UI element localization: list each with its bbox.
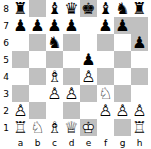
square-d4[interactable] [63, 68, 80, 85]
piece-black-bishop: ♝ [46, 0, 63, 17]
square-g5[interactable] [114, 51, 131, 68]
square-h5[interactable] [131, 51, 148, 68]
square-h8[interactable]: ♜ [131, 0, 148, 17]
square-e8[interactable]: ♚ [80, 0, 97, 17]
square-b3[interactable] [29, 85, 46, 102]
square-g2[interactable]: ♟♙ [114, 102, 131, 119]
square-f7[interactable]: ♟ [97, 17, 114, 34]
piece-white-knight: ♘ [97, 85, 114, 102]
square-d5[interactable] [63, 51, 80, 68]
file-label-d: d [63, 136, 80, 149]
piece-black-pawn: ♟ [114, 17, 131, 34]
square-e6[interactable] [80, 34, 97, 51]
piece-white-pawn-fill: ♟ [114, 102, 131, 119]
square-f2[interactable]: ♟♙ [97, 102, 114, 119]
rank-label-4: 4 [0, 68, 12, 85]
rank-label-3: 3 [0, 85, 12, 102]
square-h3[interactable] [131, 85, 148, 102]
piece-white-king-fill: ♚ [80, 119, 97, 136]
piece-white-rook: ♖ [131, 119, 148, 136]
piece-white-queen: ♕ [63, 119, 80, 136]
square-a1[interactable]: ♜♖ [12, 119, 29, 136]
square-d7[interactable]: ♟ [63, 17, 80, 34]
piece-black-rook: ♜ [131, 0, 148, 17]
square-g6[interactable] [114, 34, 131, 51]
square-a2[interactable]: ♟♙ [12, 102, 29, 119]
square-c2[interactable] [46, 102, 63, 119]
square-e7[interactable] [80, 17, 97, 34]
file-label-h: h [131, 136, 148, 149]
square-g1[interactable] [114, 119, 131, 136]
square-c5[interactable] [46, 51, 63, 68]
piece-white-rook-fill: ♜ [131, 119, 148, 136]
square-f8[interactable]: ♝ [97, 0, 114, 17]
square-a4[interactable] [12, 68, 29, 85]
piece-white-pawn-fill: ♟ [63, 85, 80, 102]
rank-label-1: 1 [0, 119, 12, 136]
rank-label-6: 6 [0, 34, 12, 51]
piece-white-pawn: ♙ [131, 102, 148, 119]
square-b4[interactable] [29, 68, 46, 85]
square-e2[interactable] [80, 102, 97, 119]
square-a7[interactable]: ♟ [12, 17, 29, 34]
square-f6[interactable] [97, 34, 114, 51]
piece-white-pawn-fill: ♟ [97, 102, 114, 119]
piece-black-pawn: ♟ [12, 17, 29, 34]
piece-black-bishop: ♝ [97, 0, 114, 17]
piece-white-rook-fill: ♜ [12, 119, 29, 136]
square-f4[interactable] [97, 68, 114, 85]
square-d3[interactable]: ♟♙ [63, 85, 80, 102]
rank-label-7: 7 [0, 17, 12, 34]
piece-white-pawn: ♙ [63, 85, 80, 102]
piece-white-pawn: ♙ [80, 68, 97, 85]
square-e1[interactable]: ♚♔ [80, 119, 97, 136]
piece-white-king: ♔ [80, 119, 97, 136]
rank-label-8: 8 [0, 0, 12, 17]
square-b2[interactable] [29, 102, 46, 119]
piece-black-pawn: ♟ [29, 17, 46, 34]
square-c4[interactable]: ♝♗ [46, 68, 63, 85]
file-label-b: b [29, 136, 46, 149]
piece-white-pawn: ♙ [46, 85, 63, 102]
square-b1[interactable]: ♞♘ [29, 119, 46, 136]
piece-white-pawn: ♙ [12, 102, 29, 119]
chess-app-window: 8♜♝♛♚♝♞♜7♟♟♟♟♟♟6♞♟5♟4♝♗♟♙3♟♙♟♙♞♘2♟♙♟♙♟♙♟… [0, 0, 151, 149]
piece-black-pawn: ♟ [46, 17, 63, 34]
piece-white-pawn: ♙ [114, 102, 131, 119]
square-g7[interactable]: ♟ [114, 17, 131, 34]
piece-white-knight-fill: ♞ [97, 85, 114, 102]
square-a6[interactable] [12, 34, 29, 51]
square-e4[interactable]: ♟♙ [80, 68, 97, 85]
square-h4[interactable] [131, 68, 148, 85]
piece-black-knight: ♞ [46, 34, 63, 51]
square-d6[interactable] [63, 34, 80, 51]
square-d2[interactable] [63, 102, 80, 119]
piece-white-bishop: ♗ [46, 68, 63, 85]
piece-white-bishop: ♗ [46, 119, 63, 136]
square-b8[interactable] [29, 0, 46, 17]
piece-white-queen-fill: ♛ [63, 119, 80, 136]
board-corner-spacer [0, 136, 12, 149]
square-a5[interactable] [12, 51, 29, 68]
piece-white-rook: ♖ [12, 119, 29, 136]
rank-label-2: 2 [0, 102, 12, 119]
piece-white-pawn-fill: ♟ [12, 102, 29, 119]
square-b6[interactable] [29, 34, 46, 51]
square-a8[interactable]: ♜ [12, 0, 29, 17]
piece-black-pawn: ♟ [63, 17, 80, 34]
square-c7[interactable]: ♟ [46, 17, 63, 34]
piece-black-queen: ♛ [63, 0, 80, 17]
square-b5[interactable] [29, 51, 46, 68]
square-d1[interactable]: ♛♕ [63, 119, 80, 136]
square-c3[interactable]: ♟♙ [46, 85, 63, 102]
piece-white-pawn-fill: ♟ [131, 102, 148, 119]
piece-black-pawn: ♟ [80, 51, 97, 68]
piece-white-bishop-fill: ♝ [46, 68, 63, 85]
file-label-f: f [97, 136, 114, 149]
square-f1[interactable] [97, 119, 114, 136]
square-h6[interactable]: ♟ [131, 34, 148, 51]
piece-white-pawn-fill: ♟ [46, 85, 63, 102]
piece-black-knight: ♞ [114, 0, 131, 17]
piece-black-rook: ♜ [12, 0, 29, 17]
square-g4[interactable] [114, 68, 131, 85]
piece-white-bishop-fill: ♝ [46, 119, 63, 136]
rank-label-5: 5 [0, 51, 12, 68]
square-c1[interactable]: ♝♗ [46, 119, 63, 136]
square-d8[interactable]: ♛ [63, 0, 80, 17]
square-c6[interactable]: ♞ [46, 34, 63, 51]
square-f5[interactable] [97, 51, 114, 68]
file-label-a: a [12, 136, 29, 149]
square-e5[interactable]: ♟ [80, 51, 97, 68]
square-b7[interactable]: ♟ [29, 17, 46, 34]
piece-black-pawn: ♟ [97, 17, 114, 34]
piece-black-pawn: ♟ [131, 34, 148, 51]
file-label-e: e [80, 136, 97, 149]
file-label-c: c [46, 136, 63, 149]
square-c8[interactable]: ♝ [46, 0, 63, 17]
chess-board: 8♜♝♛♚♝♞♜7♟♟♟♟♟♟6♞♟5♟4♝♗♟♙3♟♙♟♙♞♘2♟♙♟♙♟♙♟… [0, 0, 148, 149]
square-e3[interactable] [80, 85, 97, 102]
piece-white-knight: ♘ [29, 119, 46, 136]
square-h7[interactable] [131, 17, 148, 34]
square-h2[interactable]: ♟♙ [131, 102, 148, 119]
file-label-g: g [114, 136, 131, 149]
piece-white-pawn-fill: ♟ [80, 68, 97, 85]
square-a3[interactable] [12, 85, 29, 102]
square-g3[interactable] [114, 85, 131, 102]
square-f3[interactable]: ♞♘ [97, 85, 114, 102]
piece-white-pawn: ♙ [97, 102, 114, 119]
piece-white-knight-fill: ♞ [29, 119, 46, 136]
square-h1[interactable]: ♜♖ [131, 119, 148, 136]
square-g8[interactable]: ♞ [114, 0, 131, 17]
piece-black-king: ♚ [80, 0, 97, 17]
